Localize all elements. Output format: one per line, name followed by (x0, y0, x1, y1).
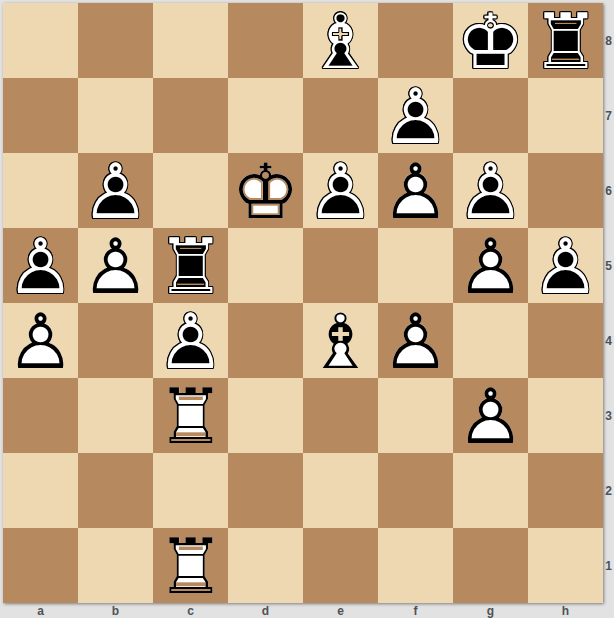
piece-white-pawn-g3[interactable]: ♟♙ (453, 378, 528, 453)
square-b6[interactable]: ♟♙ (78, 153, 153, 228)
chess-app: ♝♗♚♔♜♖♟♙♟♙♚♔♟♙♟♙♟♙♟♙♟♙♜♖♟♙♟♙♟♙♟♙♝♗♟♙♜♖♟♙… (0, 0, 614, 618)
black-pawn-outline-glyph: ♙ (378, 79, 453, 154)
black-pawn-outline-glyph: ♙ (528, 229, 603, 304)
white-pawn-glyph: ♟ (78, 229, 153, 304)
square-c2[interactable] (153, 453, 228, 528)
square-g8[interactable]: ♚♔ (453, 3, 528, 78)
white-rook-glyph: ♜ (153, 529, 228, 604)
piece-black-bishop-e8[interactable]: ♝♗ (303, 3, 378, 78)
square-f3[interactable] (378, 378, 453, 453)
square-g6[interactable]: ♟♙ (453, 153, 528, 228)
square-e4[interactable]: ♝♗ (303, 303, 378, 378)
black-king-glyph: ♚ (453, 4, 528, 79)
square-g7[interactable] (453, 78, 528, 153)
square-f7[interactable]: ♟♙ (378, 78, 453, 153)
square-e5[interactable] (303, 228, 378, 303)
black-pawn-glyph: ♟ (378, 79, 453, 154)
square-a6[interactable] (3, 153, 78, 228)
piece-black-pawn-b6[interactable]: ♟♙ (78, 153, 153, 228)
piece-black-pawn-g6[interactable]: ♟♙ (453, 153, 528, 228)
black-rook-glyph: ♜ (528, 4, 603, 79)
piece-black-pawn-a5[interactable]: ♟♙ (3, 228, 78, 303)
black-pawn-outline-glyph: ♙ (3, 229, 78, 304)
rank-label-6: 6 (603, 153, 614, 228)
rank-label-5: 5 (603, 228, 614, 303)
white-pawn-glyph: ♟ (378, 304, 453, 379)
piece-white-king-d6[interactable]: ♚♔ (228, 153, 303, 228)
black-rook-outline-glyph: ♖ (153, 229, 228, 304)
white-pawn-outline-glyph: ♙ (378, 304, 453, 379)
piece-white-pawn-f4[interactable]: ♟♙ (378, 303, 453, 378)
square-g1[interactable] (453, 528, 528, 603)
square-e7[interactable] (303, 78, 378, 153)
rank-label-4: 4 (603, 303, 614, 378)
file-label-e: e (303, 603, 378, 618)
square-c4[interactable]: ♟♙ (153, 303, 228, 378)
black-pawn-glyph: ♟ (78, 154, 153, 229)
piece-black-pawn-c4[interactable]: ♟♙ (153, 303, 228, 378)
square-h3[interactable] (528, 378, 603, 453)
piece-white-rook-c3[interactable]: ♜♖ (153, 378, 228, 453)
black-pawn-glyph: ♟ (3, 229, 78, 304)
square-a4[interactable]: ♟♙ (3, 303, 78, 378)
chess-board[interactable]: ♝♗♚♔♜♖♟♙♟♙♚♔♟♙♟♙♟♙♟♙♟♙♜♖♟♙♟♙♟♙♟♙♝♗♟♙♜♖♟♙… (3, 3, 603, 603)
square-a8[interactable] (3, 3, 78, 78)
black-pawn-outline-glyph: ♙ (303, 154, 378, 229)
square-a1[interactable] (3, 528, 78, 603)
black-pawn-glyph: ♟ (303, 154, 378, 229)
square-d5[interactable] (228, 228, 303, 303)
black-pawn-outline-glyph: ♙ (453, 154, 528, 229)
file-label-g: g (453, 603, 528, 618)
square-b5[interactable]: ♟♙ (78, 228, 153, 303)
square-b8[interactable] (78, 3, 153, 78)
square-c1[interactable]: ♜♖ (153, 528, 228, 603)
square-a5[interactable]: ♟♙ (3, 228, 78, 303)
piece-black-rook-h8[interactable]: ♜♖ (528, 3, 603, 78)
piece-black-pawn-e6[interactable]: ♟♙ (303, 153, 378, 228)
white-rook-glyph: ♜ (153, 379, 228, 454)
white-pawn-outline-glyph: ♙ (453, 379, 528, 454)
white-pawn-outline-glyph: ♙ (453, 229, 528, 304)
file-labels: abcdefgh (3, 603, 603, 618)
file-label-f: f (378, 603, 453, 618)
rank-labels: 87654321 (603, 3, 614, 603)
piece-black-pawn-f7[interactable]: ♟♙ (378, 78, 453, 153)
square-h8[interactable]: ♜♖ (528, 3, 603, 78)
piece-white-bishop-e4[interactable]: ♝♗ (303, 303, 378, 378)
white-pawn-glyph: ♟ (453, 379, 528, 454)
white-pawn-glyph: ♟ (378, 154, 453, 229)
square-d4[interactable] (228, 303, 303, 378)
square-h2[interactable] (528, 453, 603, 528)
piece-black-rook-c5[interactable]: ♜♖ (153, 228, 228, 303)
file-label-d: d (228, 603, 303, 618)
piece-black-pawn-h5[interactable]: ♟♙ (528, 228, 603, 303)
square-h6[interactable] (528, 153, 603, 228)
black-pawn-glyph: ♟ (528, 229, 603, 304)
piece-white-pawn-f6[interactable]: ♟♙ (378, 153, 453, 228)
rank-label-2: 2 (603, 453, 614, 528)
square-h1[interactable] (528, 528, 603, 603)
square-f6[interactable]: ♟♙ (378, 153, 453, 228)
white-king-glyph: ♚ (228, 154, 303, 229)
square-a7[interactable] (3, 78, 78, 153)
white-pawn-glyph: ♟ (453, 229, 528, 304)
square-c3[interactable]: ♜♖ (153, 378, 228, 453)
square-f5[interactable] (378, 228, 453, 303)
rank-label-7: 7 (603, 78, 614, 153)
square-b1[interactable] (78, 528, 153, 603)
white-pawn-outline-glyph: ♙ (378, 154, 453, 229)
square-g4[interactable] (453, 303, 528, 378)
square-b2[interactable] (78, 453, 153, 528)
square-c8[interactable] (153, 3, 228, 78)
rank-label-1: 1 (603, 528, 614, 603)
white-rook-outline-glyph: ♖ (153, 529, 228, 604)
square-g5[interactable]: ♟♙ (453, 228, 528, 303)
black-pawn-outline-glyph: ♙ (153, 304, 228, 379)
black-pawn-outline-glyph: ♙ (78, 154, 153, 229)
file-label-c: c (153, 603, 228, 618)
white-bishop-glyph: ♝ (303, 304, 378, 379)
piece-white-pawn-b5[interactable]: ♟♙ (78, 228, 153, 303)
piece-white-rook-c1[interactable]: ♜♖ (153, 528, 228, 603)
square-h5[interactable]: ♟♙ (528, 228, 603, 303)
square-c7[interactable] (153, 78, 228, 153)
black-bishop-glyph: ♝ (303, 4, 378, 79)
piece-white-pawn-a4[interactable]: ♟♙ (3, 303, 78, 378)
rank-label-8: 8 (603, 3, 614, 78)
square-c5[interactable]: ♜♖ (153, 228, 228, 303)
white-pawn-glyph: ♟ (3, 304, 78, 379)
square-e1[interactable] (303, 528, 378, 603)
square-g2[interactable] (453, 453, 528, 528)
square-e3[interactable] (303, 378, 378, 453)
square-f1[interactable] (378, 528, 453, 603)
square-d3[interactable] (228, 378, 303, 453)
file-label-h: h (528, 603, 603, 618)
file-label-b: b (78, 603, 153, 618)
square-e2[interactable] (303, 453, 378, 528)
rank-label-3: 3 (603, 378, 614, 453)
square-f2[interactable] (378, 453, 453, 528)
white-pawn-outline-glyph: ♙ (3, 304, 78, 379)
piece-black-king-g8[interactable]: ♚♔ (453, 3, 528, 78)
square-d6[interactable]: ♚♔ (228, 153, 303, 228)
piece-white-pawn-g5[interactable]: ♟♙ (453, 228, 528, 303)
black-bishop-outline-glyph: ♗ (303, 4, 378, 79)
square-d8[interactable] (228, 3, 303, 78)
white-king-outline-glyph: ♔ (228, 154, 303, 229)
square-a3[interactable] (3, 378, 78, 453)
square-h7[interactable] (528, 78, 603, 153)
square-e8[interactable]: ♝♗ (303, 3, 378, 78)
square-g3[interactable]: ♟♙ (453, 378, 528, 453)
square-b3[interactable] (78, 378, 153, 453)
square-a2[interactable] (3, 453, 78, 528)
square-d1[interactable] (228, 528, 303, 603)
black-rook-glyph: ♜ (153, 229, 228, 304)
square-b4[interactable] (78, 303, 153, 378)
square-f4[interactable]: ♟♙ (378, 303, 453, 378)
black-pawn-glyph: ♟ (453, 154, 528, 229)
square-b7[interactable] (78, 78, 153, 153)
square-c6[interactable] (153, 153, 228, 228)
black-rook-outline-glyph: ♖ (528, 4, 603, 79)
square-d7[interactable] (228, 78, 303, 153)
square-h4[interactable] (528, 303, 603, 378)
square-e6[interactable]: ♟♙ (303, 153, 378, 228)
square-d2[interactable] (228, 453, 303, 528)
square-f8[interactable] (378, 3, 453, 78)
white-pawn-outline-glyph: ♙ (78, 229, 153, 304)
white-bishop-outline-glyph: ♗ (303, 304, 378, 379)
black-pawn-glyph: ♟ (153, 304, 228, 379)
black-king-outline-glyph: ♔ (453, 4, 528, 79)
file-label-a: a (3, 603, 78, 618)
white-rook-outline-glyph: ♖ (153, 379, 228, 454)
